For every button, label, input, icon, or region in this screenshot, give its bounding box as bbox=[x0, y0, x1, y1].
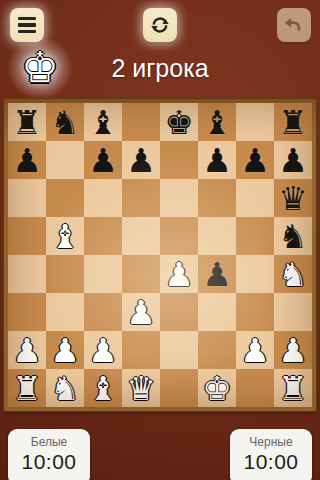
hamburger-icon bbox=[18, 17, 36, 33]
black-pawn[interactable]: ♟ bbox=[122, 141, 160, 179]
refresh-icon bbox=[149, 14, 171, 36]
square-g7[interactable]: ♟ bbox=[236, 141, 274, 179]
white-bishop[interactable]: ♝ bbox=[84, 369, 122, 407]
square-c1[interactable]: ♝ bbox=[84, 369, 122, 407]
white-pawn[interactable]: ♟ bbox=[84, 331, 122, 369]
white-clock-label: Белые bbox=[8, 435, 90, 449]
white-pawn[interactable]: ♟ bbox=[274, 331, 312, 369]
square-g1[interactable] bbox=[236, 369, 274, 407]
square-f8[interactable]: ♝ bbox=[198, 103, 236, 141]
white-knight[interactable]: ♞ bbox=[46, 369, 84, 407]
square-g8[interactable] bbox=[236, 103, 274, 141]
square-e6[interactable] bbox=[160, 179, 198, 217]
black-pawn[interactable]: ♟ bbox=[198, 141, 236, 179]
white-king[interactable]: ♚ bbox=[198, 369, 236, 407]
square-d4[interactable] bbox=[122, 255, 160, 293]
black-bishop[interactable]: ♝ bbox=[84, 103, 122, 141]
square-e8[interactable]: ♚ bbox=[160, 103, 198, 141]
square-d6[interactable] bbox=[122, 179, 160, 217]
square-a4[interactable] bbox=[8, 255, 46, 293]
square-h3[interactable] bbox=[274, 293, 312, 331]
undo-arrow-icon bbox=[283, 14, 305, 36]
square-f5[interactable] bbox=[198, 217, 236, 255]
square-b4[interactable] bbox=[46, 255, 84, 293]
black-knight[interactable]: ♞ bbox=[46, 103, 84, 141]
square-g3[interactable] bbox=[236, 293, 274, 331]
black-pawn[interactable]: ♟ bbox=[198, 255, 236, 293]
white-pawn[interactable]: ♟ bbox=[236, 331, 274, 369]
black-pawn[interactable]: ♟ bbox=[84, 141, 122, 179]
square-f1[interactable]: ♚ bbox=[198, 369, 236, 407]
square-h7[interactable]: ♟ bbox=[274, 141, 312, 179]
white-pawn[interactable]: ♟ bbox=[8, 331, 46, 369]
square-a5[interactable] bbox=[8, 217, 46, 255]
square-a6[interactable] bbox=[8, 179, 46, 217]
square-b6[interactable] bbox=[46, 179, 84, 217]
square-c2[interactable]: ♟ bbox=[84, 331, 122, 369]
white-rook[interactable]: ♜ bbox=[8, 369, 46, 407]
square-h5[interactable]: ♞ bbox=[274, 217, 312, 255]
square-f7[interactable]: ♟ bbox=[198, 141, 236, 179]
square-c8[interactable]: ♝ bbox=[84, 103, 122, 141]
white-bishop[interactable]: ♝ bbox=[46, 217, 84, 255]
square-b3[interactable] bbox=[46, 293, 84, 331]
square-f2[interactable] bbox=[198, 331, 236, 369]
square-h8[interactable]: ♜ bbox=[274, 103, 312, 141]
black-bishop[interactable]: ♝ bbox=[198, 103, 236, 141]
square-h2[interactable]: ♟ bbox=[274, 331, 312, 369]
undo-button[interactable] bbox=[277, 8, 311, 42]
board-frame: ♜♞♝♚♝♜♟♟♟♟♟♟♛♝♞♟♟♞♟♟♟♟♟♟♜♞♝♛♚♜ bbox=[4, 99, 316, 411]
black-pawn[interactable]: ♟ bbox=[236, 141, 274, 179]
square-c3[interactable] bbox=[84, 293, 122, 331]
square-c5[interactable] bbox=[84, 217, 122, 255]
square-g5[interactable] bbox=[236, 217, 274, 255]
square-d2[interactable] bbox=[122, 331, 160, 369]
square-a1[interactable]: ♜ bbox=[8, 369, 46, 407]
square-c4[interactable] bbox=[84, 255, 122, 293]
page-title: 2 игрока bbox=[0, 52, 320, 84]
square-b5[interactable]: ♝ bbox=[46, 217, 84, 255]
black-clock-label: Черные bbox=[230, 435, 312, 449]
white-knight[interactable]: ♞ bbox=[274, 255, 312, 293]
square-e5[interactable] bbox=[160, 217, 198, 255]
square-f4[interactable]: ♟ bbox=[198, 255, 236, 293]
square-g6[interactable] bbox=[236, 179, 274, 217]
square-e3[interactable] bbox=[160, 293, 198, 331]
square-b7[interactable] bbox=[46, 141, 84, 179]
white-queen[interactable]: ♛ bbox=[122, 369, 160, 407]
black-rook[interactable]: ♜ bbox=[8, 103, 46, 141]
refresh-button[interactable] bbox=[143, 8, 177, 42]
square-f6[interactable] bbox=[198, 179, 236, 217]
square-e7[interactable] bbox=[160, 141, 198, 179]
square-h1[interactable]: ♜ bbox=[274, 369, 312, 407]
square-a7[interactable]: ♟ bbox=[8, 141, 46, 179]
white-pawn[interactable]: ♟ bbox=[46, 331, 84, 369]
black-pawn[interactable]: ♟ bbox=[8, 141, 46, 179]
black-rook[interactable]: ♜ bbox=[274, 103, 312, 141]
white-pawn[interactable]: ♟ bbox=[122, 293, 160, 331]
square-g4[interactable] bbox=[236, 255, 274, 293]
square-e1[interactable] bbox=[160, 369, 198, 407]
square-e4[interactable]: ♟ bbox=[160, 255, 198, 293]
square-f3[interactable] bbox=[198, 293, 236, 331]
white-clock-time: 10:00 bbox=[8, 450, 90, 474]
white-pawn[interactable]: ♟ bbox=[160, 255, 198, 293]
square-b1[interactable]: ♞ bbox=[46, 369, 84, 407]
square-h4[interactable]: ♞ bbox=[274, 255, 312, 293]
square-d1[interactable]: ♛ bbox=[122, 369, 160, 407]
black-knight[interactable]: ♞ bbox=[274, 217, 312, 255]
square-g2[interactable]: ♟ bbox=[236, 331, 274, 369]
square-b2[interactable]: ♟ bbox=[46, 331, 84, 369]
square-a3[interactable] bbox=[8, 293, 46, 331]
black-pawn[interactable]: ♟ bbox=[274, 141, 312, 179]
white-clock[interactable]: Белые 10:00 bbox=[8, 429, 90, 480]
square-a2[interactable]: ♟ bbox=[8, 331, 46, 369]
black-clock-time: 10:00 bbox=[230, 450, 312, 474]
square-h6[interactable]: ♛ bbox=[274, 179, 312, 217]
chess-board: ♜♞♝♚♝♜♟♟♟♟♟♟♛♝♞♟♟♞♟♟♟♟♟♟♜♞♝♛♚♜ bbox=[8, 103, 312, 407]
square-d5[interactable] bbox=[122, 217, 160, 255]
square-d3[interactable]: ♟ bbox=[122, 293, 160, 331]
square-c7[interactable]: ♟ bbox=[84, 141, 122, 179]
square-d7[interactable]: ♟ bbox=[122, 141, 160, 179]
black-queen[interactable]: ♛ bbox=[274, 179, 312, 217]
square-e2[interactable] bbox=[160, 331, 198, 369]
black-clock[interactable]: Черные 10:00 bbox=[230, 429, 312, 480]
white-rook[interactable]: ♜ bbox=[274, 369, 312, 407]
black-king[interactable]: ♚ bbox=[160, 103, 198, 141]
square-d8[interactable] bbox=[122, 103, 160, 141]
app-screen: ♚ 2 игрока ♜♞♝♚♝♜♟♟♟♟♟♟♛♝♞♟♟♞♟♟♟♟♟♟♜♞♝♛♚… bbox=[0, 0, 320, 480]
square-b8[interactable]: ♞ bbox=[46, 103, 84, 141]
square-c6[interactable] bbox=[84, 179, 122, 217]
square-a8[interactable]: ♜ bbox=[8, 103, 46, 141]
